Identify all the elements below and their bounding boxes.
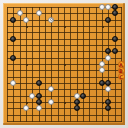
black-stone bbox=[105, 80, 111, 86]
white-stone bbox=[105, 4, 111, 10]
white-stone bbox=[23, 17, 29, 23]
white-stone bbox=[99, 67, 105, 73]
white-stone bbox=[48, 86, 54, 92]
black-stone bbox=[36, 80, 42, 86]
white-stone bbox=[105, 55, 111, 61]
star-point bbox=[64, 64, 66, 66]
white-stone bbox=[23, 105, 29, 111]
black-stone bbox=[112, 48, 118, 54]
star-point bbox=[64, 102, 66, 104]
black-stone bbox=[105, 105, 111, 111]
black-stone bbox=[112, 4, 118, 10]
white-stone bbox=[17, 10, 23, 16]
black-stone bbox=[105, 17, 111, 23]
white-stone bbox=[36, 10, 42, 16]
black-stone bbox=[112, 36, 118, 42]
go-board[interactable]: ABC bbox=[3, 3, 125, 125]
black-stone bbox=[105, 48, 111, 54]
white-stone bbox=[99, 4, 105, 10]
grid-line-h bbox=[7, 77, 122, 78]
grid-line-v bbox=[70, 7, 71, 122]
white-stone bbox=[10, 80, 16, 86]
star-point bbox=[64, 26, 66, 28]
grid-line-v bbox=[89, 7, 90, 122]
star-point bbox=[26, 26, 28, 28]
grid-line-v bbox=[115, 7, 116, 122]
grid-line-v bbox=[83, 7, 84, 122]
black-stone bbox=[10, 36, 16, 42]
board-frame: ABC bbox=[0, 0, 128, 128]
black-stone bbox=[74, 105, 80, 111]
black-stone bbox=[10, 55, 16, 61]
grid-line-v bbox=[96, 7, 97, 122]
white-stone bbox=[99, 61, 105, 67]
black-stone bbox=[36, 99, 42, 105]
white-stone bbox=[74, 93, 80, 99]
white-stone bbox=[36, 105, 42, 111]
grid-line-h bbox=[7, 121, 122, 122]
white-stone bbox=[48, 99, 54, 105]
white-stone bbox=[29, 93, 35, 99]
black-stone bbox=[74, 99, 80, 105]
grid-line-h bbox=[7, 96, 122, 97]
star-point bbox=[102, 26, 104, 28]
star-point bbox=[26, 102, 28, 104]
white-stone bbox=[105, 86, 111, 92]
black-stone bbox=[99, 80, 105, 86]
black-stone bbox=[80, 93, 86, 99]
move-label-C[interactable]: C bbox=[118, 73, 125, 80]
grid-line-h bbox=[7, 115, 122, 116]
star-point bbox=[102, 102, 104, 104]
black-stone bbox=[105, 99, 111, 105]
black-stone bbox=[10, 17, 16, 23]
black-stone bbox=[36, 93, 42, 99]
star-point bbox=[26, 64, 28, 66]
black-stone bbox=[112, 10, 118, 16]
